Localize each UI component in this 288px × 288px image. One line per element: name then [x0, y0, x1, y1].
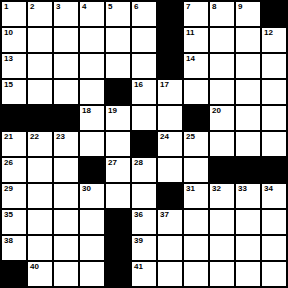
clue-number: 13: [4, 54, 13, 64]
black-square: [158, 54, 182, 78]
cell-r6c7[interactable]: 24: [158, 132, 182, 156]
cell-r8c3[interactable]: [54, 184, 78, 208]
cell-r11c8[interactable]: [184, 262, 208, 286]
cell-r2c9[interactable]: [210, 28, 234, 52]
clue-number: 40: [30, 262, 39, 272]
clue-number: 32: [212, 184, 221, 194]
cell-r8c8[interactable]: 31: [184, 184, 208, 208]
clue-number: 21: [4, 132, 13, 142]
cell-r11c4[interactable]: [80, 262, 104, 286]
cell-r8c5[interactable]: [106, 184, 130, 208]
cell-r4c2[interactable]: [28, 80, 52, 104]
black-square: [106, 236, 130, 260]
cell-r8c9[interactable]: 32: [210, 184, 234, 208]
cell-r6c5[interactable]: [106, 132, 130, 156]
cell-r11c10[interactable]: [236, 262, 260, 286]
cell-r1c6[interactable]: 6: [132, 2, 156, 26]
cell-r10c7[interactable]: [158, 236, 182, 260]
cell-r10c1[interactable]: 38: [2, 236, 26, 260]
black-square: [2, 106, 26, 130]
cell-r2c11[interactable]: 12: [262, 28, 286, 52]
clue-number: 35: [4, 210, 13, 220]
cell-r5c5[interactable]: 19: [106, 106, 130, 130]
cell-r10c2[interactable]: [28, 236, 52, 260]
clue-number: 17: [160, 80, 169, 90]
cell-r2c10[interactable]: [236, 28, 260, 52]
black-square: [106, 210, 130, 234]
black-square: [262, 2, 286, 26]
cell-r5c7[interactable]: [158, 106, 182, 130]
clue-number: 3: [56, 2, 60, 12]
clue-number: 37: [160, 210, 169, 220]
clue-number: 1: [4, 2, 8, 12]
cell-r3c9[interactable]: [210, 54, 234, 78]
cell-r1c8[interactable]: 7: [184, 2, 208, 26]
cell-r1c9[interactable]: 8: [210, 2, 234, 26]
cell-r6c10[interactable]: [236, 132, 260, 156]
cell-r1c3[interactable]: 3: [54, 2, 78, 26]
cell-r5c11[interactable]: [262, 106, 286, 130]
cell-r5c4[interactable]: 18: [80, 106, 104, 130]
cell-r1c10[interactable]: 9: [236, 2, 260, 26]
cell-r5c6[interactable]: [132, 106, 156, 130]
black-square: [80, 158, 104, 182]
cell-r7c3[interactable]: [54, 158, 78, 182]
cell-r10c11[interactable]: [262, 236, 286, 260]
cell-r10c10[interactable]: [236, 236, 260, 260]
cell-r3c4[interactable]: [80, 54, 104, 78]
clue-number: 28: [134, 158, 143, 168]
clue-number: 36: [134, 210, 143, 220]
cell-r9c11[interactable]: [262, 210, 286, 234]
clue-number: 10: [4, 28, 13, 38]
cell-r7c6[interactable]: 28: [132, 158, 156, 182]
cell-r2c1[interactable]: 10: [2, 28, 26, 52]
cell-r9c10[interactable]: [236, 210, 260, 234]
cell-r4c7[interactable]: 17: [158, 80, 182, 104]
cell-r7c5[interactable]: 27: [106, 158, 130, 182]
clue-number: 12: [264, 28, 273, 38]
black-square: [158, 28, 182, 52]
cell-r1c1[interactable]: 1: [2, 2, 26, 26]
cell-r9c7[interactable]: 37: [158, 210, 182, 234]
clue-number: 8: [212, 2, 216, 12]
cell-r3c8[interactable]: 14: [184, 54, 208, 78]
cell-r5c10[interactable]: [236, 106, 260, 130]
cell-r8c6[interactable]: [132, 184, 156, 208]
cell-r8c4[interactable]: 30: [80, 184, 104, 208]
clue-number: 2: [30, 2, 34, 12]
cell-r9c2[interactable]: [28, 210, 52, 234]
clue-number: 31: [186, 184, 195, 194]
cell-r2c6[interactable]: [132, 28, 156, 52]
cell-r9c4[interactable]: [80, 210, 104, 234]
clue-number: 20: [212, 106, 221, 116]
cell-r11c2[interactable]: 40: [28, 262, 52, 286]
cell-r7c1[interactable]: 26: [2, 158, 26, 182]
black-square: [236, 158, 260, 182]
clue-number: 30: [82, 184, 91, 194]
cell-r3c1[interactable]: 13: [2, 54, 26, 78]
cell-r6c2[interactable]: 22: [28, 132, 52, 156]
clue-number: 33: [238, 184, 247, 194]
cell-r2c5[interactable]: [106, 28, 130, 52]
cell-r6c4[interactable]: [80, 132, 104, 156]
clue-number: 39: [134, 236, 143, 246]
cell-r3c3[interactable]: [54, 54, 78, 78]
clue-number: 41: [134, 262, 143, 272]
cell-r1c4[interactable]: 4: [80, 2, 104, 26]
black-square: [262, 158, 286, 182]
clue-number: 27: [108, 158, 117, 168]
clue-number: 22: [30, 132, 39, 142]
black-square: [184, 106, 208, 130]
cell-r8c11[interactable]: 34: [262, 184, 286, 208]
cell-r4c9[interactable]: [210, 80, 234, 104]
clue-number: 29: [4, 184, 13, 194]
cell-r3c2[interactable]: [28, 54, 52, 78]
cell-r9c9[interactable]: [210, 210, 234, 234]
clue-number: 9: [238, 2, 242, 12]
cell-r10c6[interactable]: 39: [132, 236, 156, 260]
crossword-grid: 1234567891011121314151617181920212223242…: [0, 0, 288, 288]
clue-number: 38: [4, 236, 13, 246]
cell-r4c3[interactable]: [54, 80, 78, 104]
cell-r4c10[interactable]: [236, 80, 260, 104]
black-square: [54, 106, 78, 130]
cell-r5c9[interactable]: 20: [210, 106, 234, 130]
cell-r4c1[interactable]: 15: [2, 80, 26, 104]
clue-number: 4: [82, 2, 86, 12]
clue-number: 34: [264, 184, 273, 194]
cell-r8c10[interactable]: 33: [236, 184, 260, 208]
clue-number: 25: [186, 132, 195, 142]
cell-r6c11[interactable]: [262, 132, 286, 156]
cell-r2c2[interactable]: [28, 28, 52, 52]
cell-r11c3[interactable]: [54, 262, 78, 286]
cell-r7c7[interactable]: [158, 158, 182, 182]
clue-number: 6: [134, 2, 138, 12]
cell-r2c8[interactable]: 11: [184, 28, 208, 52]
cell-r10c9[interactable]: [210, 236, 234, 260]
black-square: [106, 262, 130, 286]
cell-r4c6[interactable]: 16: [132, 80, 156, 104]
clue-number: 15: [4, 80, 13, 90]
cell-r9c1[interactable]: 35: [2, 210, 26, 234]
clue-number: 5: [108, 2, 112, 12]
cell-r6c3[interactable]: 23: [54, 132, 78, 156]
clue-number: 18: [82, 106, 91, 116]
cell-r10c8[interactable]: [184, 236, 208, 260]
cell-r8c2[interactable]: [28, 184, 52, 208]
cell-r2c3[interactable]: [54, 28, 78, 52]
clue-number: 11: [186, 28, 194, 38]
clue-number: 23: [56, 132, 65, 142]
cell-r3c6[interactable]: [132, 54, 156, 78]
cell-r4c8[interactable]: [184, 80, 208, 104]
clue-number: 19: [108, 106, 117, 116]
cell-r7c8[interactable]: [184, 158, 208, 182]
cell-r10c3[interactable]: [54, 236, 78, 260]
cell-r10c4[interactable]: [80, 236, 104, 260]
clue-number: 24: [160, 132, 169, 142]
clue-number: 16: [134, 80, 143, 90]
cell-r4c11[interactable]: [262, 80, 286, 104]
cell-r11c11[interactable]: [262, 262, 286, 286]
cell-r4c4[interactable]: [80, 80, 104, 104]
cell-r1c5[interactable]: 5: [106, 2, 130, 26]
cell-r11c9[interactable]: [210, 262, 234, 286]
cell-r3c5[interactable]: [106, 54, 130, 78]
cell-r9c6[interactable]: 36: [132, 210, 156, 234]
cell-r2c4[interactable]: [80, 28, 104, 52]
cell-r7c2[interactable]: [28, 158, 52, 182]
cell-r11c6[interactable]: 41: [132, 262, 156, 286]
black-square: [132, 132, 156, 156]
cell-r6c8[interactable]: 25: [184, 132, 208, 156]
cell-r8c1[interactable]: 29: [2, 184, 26, 208]
black-square: [210, 158, 234, 182]
cell-r9c8[interactable]: [184, 210, 208, 234]
cell-r9c3[interactable]: [54, 210, 78, 234]
clue-number: 26: [4, 158, 13, 168]
black-square: [28, 106, 52, 130]
cell-r3c11[interactable]: [262, 54, 286, 78]
cell-r3c10[interactable]: [236, 54, 260, 78]
black-square: [158, 2, 182, 26]
clue-number: 14: [186, 54, 195, 64]
cell-r11c7[interactable]: [158, 262, 182, 286]
cell-r6c9[interactable]: [210, 132, 234, 156]
cell-r1c2[interactable]: 2: [28, 2, 52, 26]
clue-number: 7: [186, 2, 190, 12]
black-square: [2, 262, 26, 286]
black-square: [106, 80, 130, 104]
black-square: [158, 184, 182, 208]
cell-r6c1[interactable]: 21: [2, 132, 26, 156]
